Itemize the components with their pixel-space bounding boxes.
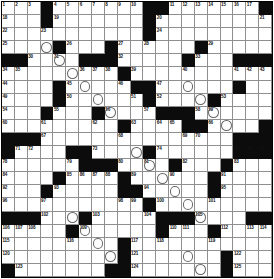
cell-r16c2[interactable] bbox=[15, 198, 28, 211]
cell-r7c15[interactable] bbox=[182, 81, 195, 94]
cell-r3c1[interactable]: 22 bbox=[2, 28, 15, 41]
cell-r5c11[interactable] bbox=[131, 54, 144, 67]
cell-r4c10[interactable]: 27 bbox=[118, 41, 131, 54]
cell-r18c11[interactable] bbox=[131, 225, 144, 238]
cell-r11c11[interactable] bbox=[131, 133, 144, 146]
cell-r20c15[interactable] bbox=[182, 251, 195, 264]
cell-r15c14[interactable] bbox=[169, 185, 182, 198]
cell-r3c19[interactable] bbox=[233, 28, 246, 41]
cell-r8c13[interactable]: 52 bbox=[156, 94, 169, 107]
cell-r13c3[interactable] bbox=[28, 159, 41, 172]
cell-r14c8[interactable]: 87 bbox=[92, 172, 105, 185]
cell-r8c16[interactable] bbox=[195, 94, 208, 107]
cell-r3c14[interactable] bbox=[169, 28, 182, 41]
cell-r9c16[interactable]: 58 bbox=[195, 107, 208, 120]
cell-r4c6[interactable]: 26 bbox=[66, 41, 79, 54]
cell-r9c17[interactable]: 59 bbox=[208, 107, 221, 120]
cell-r10c9[interactable] bbox=[105, 120, 118, 133]
cell-r17c10[interactable] bbox=[118, 212, 131, 225]
cell-r21c14[interactable] bbox=[169, 264, 182, 277]
cell-r11c4[interactable]: 67 bbox=[41, 133, 54, 146]
cell-r20c19[interactable]: 122 bbox=[233, 251, 246, 264]
cell-r7c7[interactable] bbox=[79, 81, 92, 94]
cell-r1c15[interactable]: 12 bbox=[182, 2, 195, 15]
cell-r2c21[interactable]: 21 bbox=[259, 15, 272, 28]
cell-r8c6[interactable]: 50 bbox=[66, 94, 79, 107]
cell-r12c9[interactable] bbox=[105, 146, 118, 159]
cell-r19c17[interactable]: 119 bbox=[208, 238, 221, 251]
cell-r7c14[interactable] bbox=[169, 81, 182, 94]
cell-r19c13[interactable]: 118 bbox=[156, 238, 169, 251]
cell-r10c20[interactable] bbox=[246, 120, 259, 133]
cell-r21c21[interactable] bbox=[259, 264, 272, 277]
cell-r13c1[interactable]: 78 bbox=[2, 159, 15, 172]
cell-r16c11[interactable]: 99 bbox=[131, 198, 144, 211]
cell-r8c9[interactable] bbox=[105, 94, 118, 107]
cell-r1c2[interactable]: 2 bbox=[15, 2, 28, 15]
cell-r2c3[interactable] bbox=[28, 15, 41, 28]
cell-r9c19[interactable] bbox=[233, 107, 246, 120]
cell-r2c17[interactable] bbox=[208, 15, 221, 28]
cell-r9c18[interactable] bbox=[221, 107, 234, 120]
cell-r2c1[interactable]: 18 bbox=[2, 15, 15, 28]
cell-r12c17[interactable] bbox=[208, 146, 221, 159]
cell-r2c6[interactable] bbox=[66, 15, 79, 28]
cell-r9c20[interactable] bbox=[246, 107, 259, 120]
cell-r8c15[interactable] bbox=[182, 94, 195, 107]
cell-r1c20[interactable]: 17 bbox=[246, 2, 259, 15]
cell-r3c7[interactable] bbox=[79, 28, 92, 41]
cell-r12c5[interactable] bbox=[53, 146, 66, 159]
cell-r3c3[interactable] bbox=[28, 28, 41, 41]
cell-r18c1[interactable]: 106 bbox=[2, 225, 15, 238]
cell-r6c20[interactable]: 42 bbox=[246, 67, 259, 80]
cell-r10c14[interactable]: 65 bbox=[169, 120, 182, 133]
cell-r19c1[interactable]: 115 bbox=[2, 238, 15, 251]
cell-r14c9[interactable]: 88 bbox=[105, 172, 118, 185]
cell-r21c4[interactable] bbox=[41, 264, 54, 277]
cell-r15c16[interactable] bbox=[195, 185, 208, 198]
cell-r6c19[interactable]: 41 bbox=[233, 67, 246, 80]
cell-r11c18[interactable] bbox=[221, 133, 234, 146]
cell-r16c16[interactable] bbox=[195, 198, 208, 211]
cell-r1c6[interactable]: 5 bbox=[66, 2, 79, 15]
cell-r16c8[interactable] bbox=[92, 198, 105, 211]
cell-r6c21[interactable]: 43 bbox=[259, 67, 272, 80]
cell-r13c10[interactable]: 80 bbox=[118, 159, 131, 172]
cell-r7c9[interactable] bbox=[105, 81, 118, 94]
cell-r15c21[interactable] bbox=[259, 185, 272, 198]
cell-r9c1[interactable]: 54 bbox=[2, 107, 15, 120]
cell-r2c18[interactable] bbox=[221, 15, 234, 28]
cell-r18c15[interactable]: 111 bbox=[182, 225, 195, 238]
cell-r8c14[interactable] bbox=[169, 94, 182, 107]
cell-r17c9[interactable] bbox=[105, 212, 118, 225]
cell-r4c4[interactable] bbox=[41, 41, 54, 54]
cell-r12c11[interactable] bbox=[131, 146, 144, 159]
cell-r8c4[interactable] bbox=[41, 94, 54, 107]
cell-r20c11[interactable]: 121 bbox=[131, 251, 144, 264]
cell-r19c12[interactable] bbox=[143, 238, 156, 251]
cell-r5c17[interactable] bbox=[208, 54, 221, 67]
cell-r11c5[interactable] bbox=[53, 133, 66, 146]
cell-r3c4[interactable]: 23 bbox=[41, 28, 54, 41]
cell-r11c14[interactable] bbox=[169, 133, 182, 146]
cell-r7c8[interactable] bbox=[92, 81, 105, 94]
cell-r3c10[interactable] bbox=[118, 28, 131, 41]
cell-r19c7[interactable] bbox=[79, 238, 92, 251]
cell-r12c18[interactable] bbox=[221, 146, 234, 159]
cell-r2c19[interactable] bbox=[233, 15, 246, 28]
cell-r19c6[interactable]: 116 bbox=[66, 238, 79, 251]
cell-r21c12[interactable] bbox=[143, 264, 156, 277]
cell-r4c13[interactable] bbox=[156, 41, 169, 54]
cell-r6c5[interactable] bbox=[53, 67, 66, 80]
cell-r17c12[interactable]: 104 bbox=[143, 212, 156, 225]
cell-r11c16[interactable]: 70 bbox=[195, 133, 208, 146]
cell-r16c13[interactable]: 100 bbox=[156, 198, 169, 211]
cell-r5c16[interactable]: 33 bbox=[195, 54, 208, 67]
cell-r4c19[interactable] bbox=[233, 41, 246, 54]
cell-r14c14[interactable]: 90 bbox=[169, 172, 182, 185]
cell-r4c17[interactable]: 29 bbox=[208, 41, 221, 54]
cell-r19c20[interactable] bbox=[246, 238, 259, 251]
cell-r19c2[interactable] bbox=[15, 238, 28, 251]
cell-r3c6[interactable] bbox=[66, 28, 79, 41]
cell-r2c14[interactable] bbox=[169, 15, 182, 28]
cell-r10c6[interactable] bbox=[66, 120, 79, 133]
cell-r13c4[interactable] bbox=[41, 159, 54, 172]
cell-r18c10[interactable] bbox=[118, 225, 131, 238]
cell-r6c4[interactable] bbox=[41, 67, 54, 80]
cell-r16c1[interactable]: 96 bbox=[2, 198, 15, 211]
cell-r20c8[interactable] bbox=[92, 251, 105, 264]
cell-r20c4[interactable] bbox=[41, 251, 54, 264]
cell-r19c16[interactable] bbox=[195, 238, 208, 251]
cell-r19c14[interactable] bbox=[169, 238, 182, 251]
cell-r18c12[interactable] bbox=[143, 225, 156, 238]
cell-r5c5[interactable]: 31 bbox=[53, 54, 66, 67]
cell-r15c12[interactable]: 94 bbox=[143, 185, 156, 198]
cell-r16c21[interactable] bbox=[259, 198, 272, 211]
cell-r1c14[interactable]: 11 bbox=[169, 2, 182, 15]
cell-r19c4[interactable] bbox=[41, 238, 54, 251]
cell-r8c3[interactable] bbox=[28, 94, 41, 107]
cell-r20c3[interactable] bbox=[28, 251, 41, 264]
cell-r3c20[interactable] bbox=[246, 28, 259, 41]
cell-r20c13[interactable] bbox=[156, 251, 169, 264]
cell-r8c8[interactable] bbox=[92, 94, 105, 107]
cell-r6c2[interactable]: 35 bbox=[15, 67, 28, 80]
cell-r14c6[interactable]: 85 bbox=[66, 172, 79, 185]
cell-r18c9[interactable] bbox=[105, 225, 118, 238]
cell-r16c9[interactable] bbox=[105, 198, 118, 211]
cell-r2c7[interactable] bbox=[79, 15, 92, 28]
cell-r16c10[interactable]: 98 bbox=[118, 198, 131, 211]
cell-r18c20[interactable]: 113 bbox=[246, 225, 259, 238]
cell-r14c11[interactable]: 89 bbox=[131, 172, 144, 185]
cell-r14c13[interactable] bbox=[156, 172, 169, 185]
cell-r14c3[interactable] bbox=[28, 172, 41, 185]
cell-r16c14[interactable] bbox=[169, 198, 182, 211]
cell-r13c19[interactable]: 83 bbox=[233, 159, 246, 172]
cell-r14c20[interactable] bbox=[246, 172, 259, 185]
cell-r18c2[interactable]: 107 bbox=[15, 225, 28, 238]
cell-r17c8[interactable]: 103 bbox=[92, 212, 105, 225]
cell-r7c6[interactable]: 45 bbox=[66, 81, 79, 94]
cell-r1c1[interactable]: 1 bbox=[2, 2, 15, 15]
cell-r16c4[interactable]: 97 bbox=[41, 198, 54, 211]
cell-r10c2[interactable] bbox=[15, 120, 28, 133]
cell-r7c18[interactable] bbox=[221, 81, 234, 94]
cell-r8c18[interactable]: 53 bbox=[221, 94, 234, 107]
cell-r7c4[interactable] bbox=[41, 81, 54, 94]
cell-r18c14[interactable]: 110 bbox=[169, 225, 182, 238]
cell-r9c7[interactable] bbox=[79, 107, 92, 120]
cell-r7c10[interactable]: 46 bbox=[118, 81, 131, 94]
cell-r5c4[interactable] bbox=[41, 54, 54, 67]
cell-r19c19[interactable] bbox=[233, 238, 246, 251]
cell-r19c3[interactable] bbox=[28, 238, 41, 251]
cell-r11c12[interactable] bbox=[143, 133, 156, 146]
cell-r11c6[interactable] bbox=[66, 133, 79, 146]
cell-r10c13[interactable]: 64 bbox=[156, 120, 169, 133]
cell-r3c21[interactable] bbox=[259, 28, 272, 41]
cell-r1c5[interactable]: 4 bbox=[53, 2, 66, 15]
cell-r1c7[interactable]: 6 bbox=[79, 2, 92, 15]
cell-r1c9[interactable]: 8 bbox=[105, 2, 118, 15]
cell-r12c8[interactable]: 73 bbox=[92, 146, 105, 159]
cell-r9c3[interactable] bbox=[28, 107, 41, 120]
cell-r5c6[interactable] bbox=[66, 54, 79, 67]
cell-r4c15[interactable] bbox=[182, 41, 195, 54]
cell-r13c5[interactable] bbox=[53, 159, 66, 172]
cell-r12c2[interactable]: 71 bbox=[15, 146, 28, 159]
cell-r6c9[interactable]: 38 bbox=[105, 67, 118, 80]
cell-r20c7[interactable] bbox=[79, 251, 92, 264]
cell-r6c12[interactable] bbox=[143, 67, 156, 80]
cell-r20c21[interactable] bbox=[259, 251, 272, 264]
cell-r10c11[interactable]: 63 bbox=[131, 120, 144, 133]
cell-r20c6[interactable] bbox=[66, 251, 79, 264]
cell-r13c16[interactable] bbox=[195, 159, 208, 172]
cell-r5c12[interactable] bbox=[143, 54, 156, 67]
cell-r15c20[interactable] bbox=[246, 185, 259, 198]
cell-r4c20[interactable] bbox=[246, 41, 259, 54]
cell-r6c18[interactable] bbox=[221, 67, 234, 80]
cell-r15c1[interactable]: 92 bbox=[2, 185, 15, 198]
cell-r8c19[interactable] bbox=[233, 94, 246, 107]
cell-r8c11[interactable]: 51 bbox=[131, 94, 144, 107]
cell-r6c11[interactable]: 39 bbox=[131, 67, 144, 80]
cell-r7c21[interactable] bbox=[259, 81, 272, 94]
cell-r3c5[interactable] bbox=[53, 28, 66, 41]
cell-r6c15[interactable]: 40 bbox=[182, 67, 195, 80]
cell-r4c18[interactable] bbox=[221, 41, 234, 54]
cell-r13c21[interactable] bbox=[259, 159, 272, 172]
cell-r14c15[interactable] bbox=[182, 172, 195, 185]
cell-r13c20[interactable] bbox=[246, 159, 259, 172]
cell-r15c19[interactable] bbox=[233, 185, 246, 198]
cell-r10c3[interactable] bbox=[28, 120, 41, 133]
cell-r11c10[interactable]: 68 bbox=[118, 133, 131, 146]
cell-r19c21[interactable] bbox=[259, 238, 272, 251]
cell-r17c18[interactable] bbox=[221, 212, 234, 225]
cell-r11c8[interactable] bbox=[92, 133, 105, 146]
cell-r20c12[interactable] bbox=[143, 251, 156, 264]
cell-r4c14[interactable] bbox=[169, 41, 182, 54]
cell-r21c20[interactable] bbox=[246, 264, 259, 277]
cell-r6c6[interactable] bbox=[66, 67, 79, 80]
cell-r1c3[interactable]: 3 bbox=[28, 2, 41, 15]
cell-r16c19[interactable] bbox=[233, 198, 246, 211]
cell-r8c2[interactable] bbox=[15, 94, 28, 107]
cell-r1c17[interactable]: 14 bbox=[208, 2, 221, 15]
cell-r15c15[interactable] bbox=[182, 185, 195, 198]
cell-r20c17[interactable] bbox=[208, 251, 221, 264]
cell-r3c2[interactable] bbox=[15, 28, 28, 41]
cell-r6c13[interactable] bbox=[156, 67, 169, 80]
cell-r15c7[interactable] bbox=[79, 185, 92, 198]
cell-r19c9[interactable] bbox=[105, 238, 118, 251]
cell-r15c9[interactable] bbox=[105, 185, 118, 198]
cell-r17c19[interactable] bbox=[233, 212, 246, 225]
cell-r1c19[interactable]: 16 bbox=[233, 2, 246, 15]
cell-r3c11[interactable] bbox=[131, 28, 144, 41]
cell-r13c15[interactable]: 82 bbox=[182, 159, 195, 172]
cell-r12c14[interactable] bbox=[169, 146, 182, 159]
cell-r4c21[interactable] bbox=[259, 41, 272, 54]
cell-r2c8[interactable] bbox=[92, 15, 105, 28]
cell-r16c7[interactable] bbox=[79, 198, 92, 211]
cell-r2c16[interactable] bbox=[195, 15, 208, 28]
cell-r14c1[interactable]: 84 bbox=[2, 172, 15, 185]
cell-r11c7[interactable] bbox=[79, 133, 92, 146]
cell-r16c5[interactable] bbox=[53, 198, 66, 211]
cell-r18c8[interactable] bbox=[92, 225, 105, 238]
cell-r14c18[interactable]: 91 bbox=[221, 172, 234, 185]
cell-r10c19[interactable] bbox=[233, 120, 246, 133]
cell-r2c11[interactable] bbox=[131, 15, 144, 28]
cell-r10c5[interactable] bbox=[53, 120, 66, 133]
cell-r11c17[interactable] bbox=[208, 133, 221, 146]
cell-r8c7[interactable] bbox=[79, 94, 92, 107]
cell-r1c10[interactable]: 9 bbox=[118, 2, 131, 15]
cell-r18c21[interactable]: 114 bbox=[259, 225, 272, 238]
cell-r3c17[interactable] bbox=[208, 28, 221, 41]
cell-r1c11[interactable]: 10 bbox=[131, 2, 144, 15]
cell-r12c16[interactable] bbox=[195, 146, 208, 159]
cell-r2c2[interactable] bbox=[15, 15, 28, 28]
cell-r6c14[interactable] bbox=[169, 67, 182, 80]
cell-r7c3[interactable] bbox=[28, 81, 41, 94]
cell-r7c2[interactable] bbox=[15, 81, 28, 94]
cell-r17c16[interactable]: 105 bbox=[195, 212, 208, 225]
cell-r9c9[interactable]: 56 bbox=[105, 107, 118, 120]
cell-r3c8[interactable] bbox=[92, 28, 105, 41]
cell-r20c14[interactable] bbox=[169, 251, 182, 264]
cell-r8c10[interactable] bbox=[118, 94, 131, 107]
cell-r21c11[interactable]: 124 bbox=[131, 264, 144, 277]
cell-r12c10[interactable] bbox=[118, 146, 131, 159]
cell-r10c7[interactable] bbox=[79, 120, 92, 133]
cell-r8c1[interactable]: 49 bbox=[2, 94, 15, 107]
cell-r13c2[interactable] bbox=[15, 159, 28, 172]
cell-r15c5[interactable]: 93 bbox=[53, 185, 66, 198]
cell-r18c18[interactable]: 112 bbox=[221, 225, 234, 238]
cell-r3c9[interactable] bbox=[105, 28, 118, 41]
cell-r19c18[interactable] bbox=[221, 238, 234, 251]
cell-r11c15[interactable]: 69 bbox=[182, 133, 195, 146]
cell-r5c13[interactable] bbox=[156, 54, 169, 67]
cell-r11c13[interactable] bbox=[156, 133, 169, 146]
cell-r14c4[interactable] bbox=[41, 172, 54, 185]
cell-r12c15[interactable] bbox=[182, 146, 195, 159]
cell-r19c5[interactable] bbox=[53, 238, 66, 251]
cell-r7c20[interactable] bbox=[246, 81, 259, 94]
cell-r9c5[interactable]: 55 bbox=[53, 107, 66, 120]
cell-r21c17[interactable] bbox=[208, 264, 221, 277]
cell-r1c16[interactable]: 13 bbox=[195, 2, 208, 15]
cell-r3c15[interactable] bbox=[182, 28, 195, 41]
cell-r19c15[interactable] bbox=[182, 238, 195, 251]
cell-r18c7[interactable]: 109 bbox=[79, 225, 92, 238]
cell-r7c17[interactable] bbox=[208, 81, 221, 94]
cell-r9c10[interactable] bbox=[118, 107, 131, 120]
cell-r12c13[interactable]: 74 bbox=[156, 146, 169, 159]
cell-r6c8[interactable]: 37 bbox=[92, 67, 105, 80]
cell-r6c7[interactable]: 36 bbox=[79, 67, 92, 80]
cell-r5c18[interactable] bbox=[221, 54, 234, 67]
cell-r4c12[interactable]: 28 bbox=[143, 41, 156, 54]
cell-r14c16[interactable] bbox=[195, 172, 208, 185]
cell-r10c18[interactable] bbox=[221, 120, 234, 133]
cell-r8c20[interactable] bbox=[246, 94, 259, 107]
cell-r5c14[interactable] bbox=[169, 54, 182, 67]
cell-r17c6[interactable] bbox=[66, 212, 79, 225]
cell-r10c8[interactable]: 62 bbox=[92, 120, 105, 133]
cell-r14c19[interactable] bbox=[233, 172, 246, 185]
cell-r21c5[interactable] bbox=[53, 264, 66, 277]
cell-r9c11[interactable] bbox=[131, 107, 144, 120]
cell-r13c6[interactable]: 79 bbox=[66, 159, 79, 172]
cell-r4c2[interactable] bbox=[15, 41, 28, 54]
cell-r6c1[interactable]: 34 bbox=[2, 67, 15, 80]
cell-r20c1[interactable]: 120 bbox=[2, 251, 15, 264]
cell-r1c18[interactable]: 15 bbox=[221, 2, 234, 15]
cell-r16c18[interactable] bbox=[221, 198, 234, 211]
cell-r2c20[interactable] bbox=[246, 15, 259, 28]
cell-r16c17[interactable]: 101 bbox=[208, 198, 221, 211]
cell-r16c3[interactable] bbox=[28, 198, 41, 211]
cell-r17c4[interactable]: 102 bbox=[41, 212, 54, 225]
cell-r21c2[interactable]: 123 bbox=[15, 264, 28, 277]
cell-r6c3[interactable] bbox=[28, 67, 41, 80]
cell-r21c3[interactable] bbox=[28, 264, 41, 277]
cell-r18c4[interactable] bbox=[41, 225, 54, 238]
cell-r20c20[interactable] bbox=[246, 251, 259, 264]
cell-r4c11[interactable] bbox=[131, 41, 144, 54]
cell-r10c12[interactable] bbox=[143, 120, 156, 133]
cell-r7c13[interactable]: 47 bbox=[156, 81, 169, 94]
cell-r15c2[interactable] bbox=[15, 185, 28, 198]
cell-r15c18[interactable]: 95 bbox=[221, 185, 234, 198]
cell-r15c3[interactable] bbox=[28, 185, 41, 198]
cell-r8c21[interactable] bbox=[259, 94, 272, 107]
cell-r15c8[interactable] bbox=[92, 185, 105, 198]
cell-r17c17[interactable] bbox=[208, 212, 221, 225]
cell-r2c13[interactable]: 20 bbox=[156, 15, 169, 28]
